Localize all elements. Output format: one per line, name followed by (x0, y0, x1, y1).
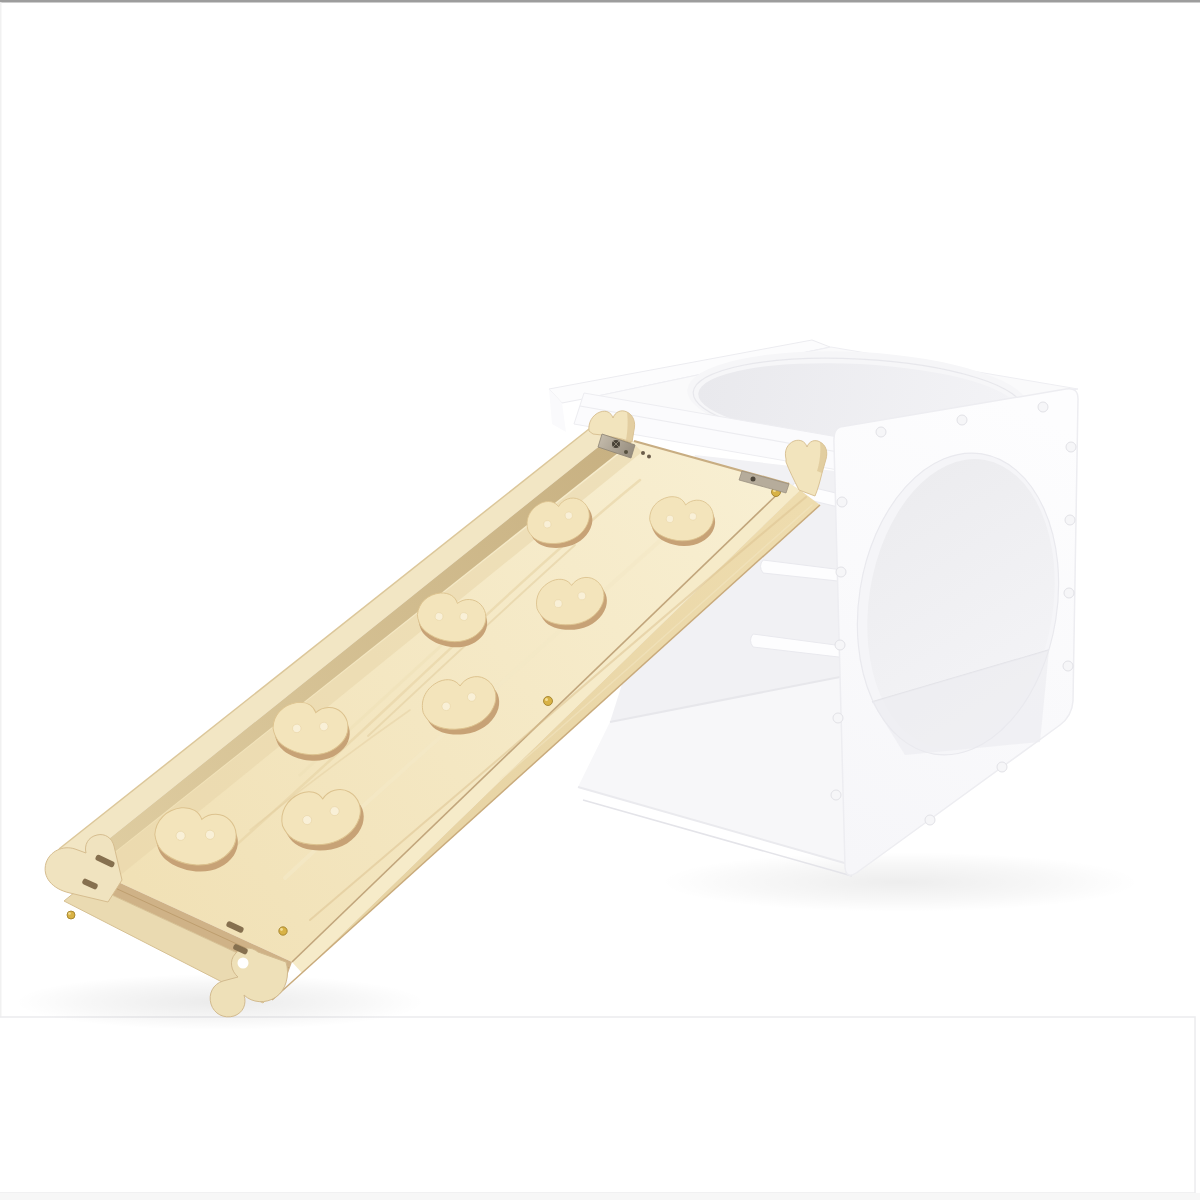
hinge-pin (641, 451, 645, 455)
hinge-pin (647, 455, 651, 459)
bracket-screw (751, 477, 756, 482)
product-photo: Natural birch plywood climbing ramp with… (0, 0, 1200, 1200)
lower-card-frame (0, 1017, 1200, 1200)
brass-screw (279, 927, 287, 935)
scene-canvas: Natural birch plywood climbing ramp with… (0, 0, 1200, 1200)
brass-screw (67, 911, 75, 919)
page-top-rule (0, 0, 1200, 3)
brass-screw (544, 697, 553, 706)
page-left-hairline (0, 2, 2, 1017)
foot-notch (238, 958, 249, 969)
bracket-screw (624, 450, 628, 454)
cube-ground-shadow (660, 852, 1140, 912)
